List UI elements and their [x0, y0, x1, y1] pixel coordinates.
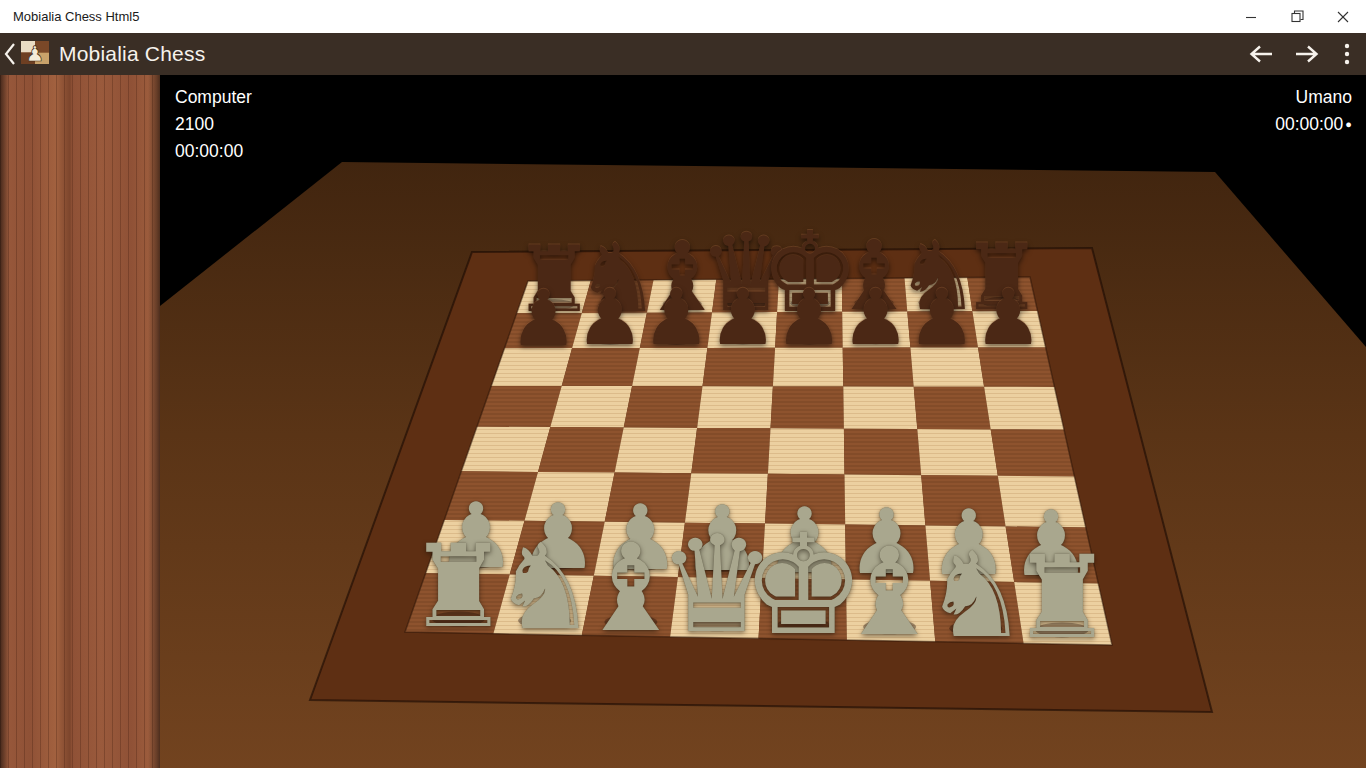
- nav-back-button[interactable]: [1244, 39, 1278, 69]
- restore-icon: [1291, 10, 1304, 23]
- piece-black-pawn-g7[interactable]: ♟: [907, 279, 976, 356]
- square-f4[interactable]: [844, 429, 921, 476]
- black-player-clock: 00:00:00: [175, 138, 252, 165]
- square-f5[interactable]: [843, 387, 917, 430]
- piece-white-rook-h1[interactable]: ♜: [1011, 541, 1113, 655]
- nav-forward-button[interactable]: [1290, 39, 1324, 69]
- square-c4[interactable]: [615, 428, 698, 474]
- square-d4[interactable]: [691, 428, 770, 474]
- square-h4[interactable]: [991, 429, 1075, 476]
- kebab-menu-icon: [1344, 43, 1350, 65]
- turn-indicator-dot: ●: [1345, 118, 1352, 130]
- app-title: Mobialia Chess: [59, 42, 1244, 66]
- minimize-icon: [1245, 11, 1257, 23]
- back-chevron-icon: [3, 41, 16, 67]
- wood-plank: [0, 75, 160, 768]
- svg-text:♟: ♟: [26, 42, 45, 64]
- white-player-clock-row: 00:00:00●: [1275, 111, 1352, 138]
- black-player-name: Computer: [175, 84, 252, 111]
- piece-black-pawn-a7[interactable]: ♟: [509, 280, 578, 357]
- square-e5[interactable]: [771, 386, 844, 428]
- square-d5[interactable]: [697, 386, 773, 428]
- square-h5[interactable]: [984, 387, 1064, 430]
- square-b4[interactable]: [538, 427, 624, 472]
- app-icon[interactable]: ♟: [21, 41, 49, 68]
- player-info-white: Umano 00:00:00●: [1275, 84, 1352, 138]
- square-g4[interactable]: [917, 429, 998, 476]
- square-c5[interactable]: [624, 386, 703, 428]
- piece-black-pawn-c7[interactable]: ♟: [642, 279, 711, 356]
- back-button[interactable]: [1, 40, 17, 68]
- piece-black-pawn-f7[interactable]: ♟: [841, 279, 910, 356]
- white-player-name: Umano: [1275, 84, 1352, 111]
- piece-black-pawn-e7[interactable]: ♟: [775, 279, 844, 356]
- window-controls: [1228, 0, 1366, 33]
- black-player-rating: 2100: [175, 111, 252, 138]
- close-icon: [1337, 11, 1349, 23]
- player-info-black: Computer 2100 00:00:00: [175, 84, 252, 165]
- window-titlebar: Mobialia Chess Html5: [0, 0, 1366, 33]
- square-g5[interactable]: [914, 387, 991, 430]
- white-player-clock: 00:00:00: [1275, 114, 1343, 134]
- piece-black-pawn-d7[interactable]: ♟: [708, 279, 777, 356]
- piece-black-pawn-b7[interactable]: ♟: [576, 279, 645, 356]
- arrow-left-icon: [1248, 44, 1274, 64]
- restore-button[interactable]: [1274, 0, 1320, 33]
- piece-black-pawn-h7[interactable]: ♟: [974, 279, 1043, 356]
- square-e4[interactable]: [768, 428, 845, 474]
- close-button[interactable]: [1320, 0, 1366, 33]
- pawn-board-icon: ♟: [21, 41, 49, 64]
- square-b5[interactable]: [550, 386, 632, 428]
- arrow-right-icon: [1294, 44, 1320, 64]
- window-title: Mobialia Chess Html5: [13, 9, 1228, 24]
- app-header: ♟ Mobialia Chess: [0, 33, 1366, 75]
- minimize-button[interactable]: [1228, 0, 1274, 33]
- overflow-menu-button[interactable]: [1336, 39, 1358, 69]
